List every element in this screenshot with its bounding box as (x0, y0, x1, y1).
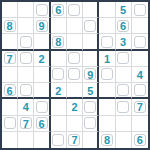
high-digit-mark (84, 101, 96, 113)
sudoku-cell[interactable] (83, 116, 99, 132)
high-digit-mark (84, 20, 96, 32)
sudoku-cell[interactable] (34, 34, 50, 50)
sudoku-cell[interactable] (99, 99, 115, 115)
sudoku-cell[interactable]: 2 (51, 83, 67, 99)
sudoku-cell[interactable] (116, 99, 132, 115)
sudoku-cell[interactable] (99, 34, 115, 50)
sudoku-cell[interactable] (34, 2, 50, 18)
high-digit-mark (52, 134, 64, 146)
sudoku-cell[interactable] (34, 132, 50, 148)
cell-digit: 1 (104, 53, 110, 64)
sudoku-cell[interactable] (2, 132, 18, 148)
sudoku-cell[interactable] (67, 67, 83, 83)
high-digit-mark (117, 101, 129, 113)
cell-digit: 2 (55, 85, 61, 96)
sudoku-cell[interactable] (34, 99, 50, 115)
cell-digit: 7 (7, 53, 13, 64)
sudoku-cell[interactable]: 1 (99, 51, 115, 67)
sudoku-cell[interactable]: 2 (34, 51, 50, 67)
sudoku-cell[interactable] (67, 51, 83, 67)
sudoku-cell[interactable] (99, 83, 115, 99)
sudoku-cell[interactable]: 3 (116, 34, 132, 50)
high-digit-mark: 6 (36, 117, 48, 129)
sudoku-cell[interactable]: 6 (34, 116, 50, 132)
high-digit-mark: 8 (4, 20, 16, 32)
sudoku-cell[interactable] (99, 67, 115, 83)
cell-digit: 6 (55, 5, 61, 16)
sudoku-cell[interactable] (83, 18, 99, 34)
cell-digit: 6 (137, 135, 143, 146)
cell-digit: 6 (120, 21, 126, 32)
sudoku-cell[interactable] (132, 34, 148, 50)
high-digit-mark: 7 (20, 117, 32, 129)
sudoku-cell[interactable] (51, 99, 67, 115)
sudoku-cell[interactable]: 5 (116, 2, 132, 18)
sudoku-cell[interactable] (18, 67, 34, 83)
sudoku-cell[interactable] (51, 116, 67, 132)
sudoku-cell[interactable] (132, 116, 148, 132)
sudoku-cell[interactable]: 7 (67, 132, 83, 148)
high-digit-mark (20, 36, 32, 48)
cell-digit: 9 (87, 69, 93, 80)
sudoku-cell[interactable]: 6 (51, 2, 67, 18)
cell-digit: 6 (38, 118, 44, 129)
cell-digit: 6 (7, 85, 13, 96)
high-digit-mark: 7 (68, 134, 80, 146)
cell-digit: 8 (104, 135, 110, 146)
sudoku-cell[interactable] (132, 83, 148, 99)
sudoku-cell[interactable] (2, 34, 18, 50)
sudoku-cell[interactable] (132, 2, 148, 18)
sudoku-cell[interactable] (67, 116, 83, 132)
high-digit-mark (101, 68, 113, 80)
cell-digit: 7 (137, 102, 143, 113)
sudoku-cell[interactable] (2, 67, 18, 83)
sudoku-cell[interactable] (83, 34, 99, 50)
sudoku-cell[interactable] (83, 51, 99, 67)
sudoku-cell[interactable] (99, 2, 115, 18)
sudoku-cell[interactable]: 7 (132, 99, 148, 115)
cell-digit: 9 (38, 21, 44, 32)
sudoku-cell[interactable]: 8 (2, 18, 18, 34)
high-digit-mark: 6 (52, 4, 64, 16)
sudoku-cell[interactable] (83, 99, 99, 115)
sudoku-cell[interactable] (34, 67, 50, 83)
high-digit-mark: 6 (117, 20, 129, 32)
sudoku-cell[interactable] (83, 2, 99, 18)
cell-digit: 7 (23, 118, 29, 129)
high-digit-mark (68, 68, 80, 80)
high-digit-mark: 8 (101, 134, 113, 146)
cell-digit: 5 (120, 5, 126, 16)
sudoku-cell[interactable] (132, 51, 148, 67)
high-digit-mark: 6 (4, 84, 16, 96)
high-digit-mark (20, 52, 32, 64)
sudoku-cell[interactable] (2, 99, 18, 115)
sudoku-cell[interactable] (99, 18, 115, 34)
high-digit-mark (84, 117, 96, 129)
sudoku-cell[interactable] (67, 83, 83, 99)
sudoku-cell[interactable] (51, 18, 67, 34)
sudoku-cell[interactable]: 9 (83, 67, 99, 83)
high-digit-mark (52, 68, 64, 80)
cell-digit: 3 (120, 37, 126, 48)
high-digit-mark (4, 117, 16, 129)
high-digit-mark (36, 101, 48, 113)
sudoku-cell[interactable] (51, 51, 67, 67)
sudoku-cell[interactable] (2, 2, 18, 18)
sudoku-cell[interactable] (18, 83, 34, 99)
cell-digit: 2 (71, 102, 77, 113)
sudoku-cell[interactable] (34, 83, 50, 99)
sudoku-cell[interactable]: 7 (18, 116, 34, 132)
sudoku-cell[interactable] (2, 116, 18, 132)
sudoku-cell[interactable]: 4 (132, 67, 148, 83)
high-digit-mark: 9 (84, 68, 96, 80)
sudoku-cell[interactable] (67, 34, 83, 50)
sudoku-cell[interactable] (132, 18, 148, 34)
high-digit-mark (134, 84, 146, 96)
sudoku-cell[interactable] (18, 132, 34, 148)
high-digit-mark (36, 4, 48, 16)
high-digit-mark: 8 (52, 36, 64, 48)
cell-digit: 4 (23, 102, 29, 113)
high-digit-mark (134, 36, 146, 48)
cell-digit: 4 (137, 69, 143, 80)
high-digit-mark (20, 84, 32, 96)
high-digit-mark (68, 4, 80, 16)
sudoku-cell[interactable]: 9 (34, 18, 50, 34)
high-digit-mark (117, 52, 129, 64)
high-digit-mark (101, 36, 113, 48)
high-digit-mark: 6 (134, 134, 146, 146)
sudoku-board: 65896837219462542776786 (0, 0, 150, 150)
sudoku-cell[interactable] (18, 51, 34, 67)
cell-digit: 8 (55, 37, 61, 48)
cell-digit: 5 (87, 85, 93, 96)
sudoku-cell[interactable]: 8 (99, 132, 115, 148)
cell-digit: 7 (71, 135, 77, 146)
sudoku-cell[interactable] (116, 132, 132, 148)
sudoku-cell[interactable] (18, 34, 34, 50)
sudoku-cell[interactable] (18, 2, 34, 18)
cell-digit: 8 (7, 21, 13, 32)
sudoku-cell[interactable]: 2 (67, 99, 83, 115)
high-digit-mark: 7 (4, 52, 16, 64)
sudoku-screenshot: 65896837219462542776786 (0, 0, 150, 150)
sudoku-cell[interactable]: 6 (132, 132, 148, 148)
high-digit-mark (134, 4, 146, 16)
sudoku-cell[interactable]: 4 (18, 99, 34, 115)
high-digit-mark: 7 (134, 101, 146, 113)
sudoku-cell[interactable]: 6 (2, 83, 18, 99)
cell-digit: 2 (38, 53, 44, 64)
sudoku-cell[interactable] (51, 132, 67, 148)
sudoku-cell[interactable] (83, 132, 99, 148)
sudoku-cell[interactable] (116, 83, 132, 99)
sudoku-cell[interactable] (99, 116, 115, 132)
sudoku-cell[interactable]: 7 (2, 51, 18, 67)
sudoku-cell[interactable] (116, 67, 132, 83)
sudoku-cell[interactable] (51, 67, 67, 83)
sudoku-cell[interactable]: 8 (51, 34, 67, 50)
high-digit-mark: 9 (36, 20, 48, 32)
high-digit-mark (68, 52, 80, 64)
sudoku-cell[interactable] (116, 51, 132, 67)
sudoku-cell[interactable]: 5 (83, 83, 99, 99)
sudoku-cell[interactable] (67, 2, 83, 18)
sudoku-cell[interactable] (116, 116, 132, 132)
high-digit-mark (117, 84, 129, 96)
sudoku-cell[interactable] (67, 18, 83, 34)
sudoku-cell[interactable]: 6 (116, 18, 132, 34)
sudoku-cell[interactable] (18, 18, 34, 34)
